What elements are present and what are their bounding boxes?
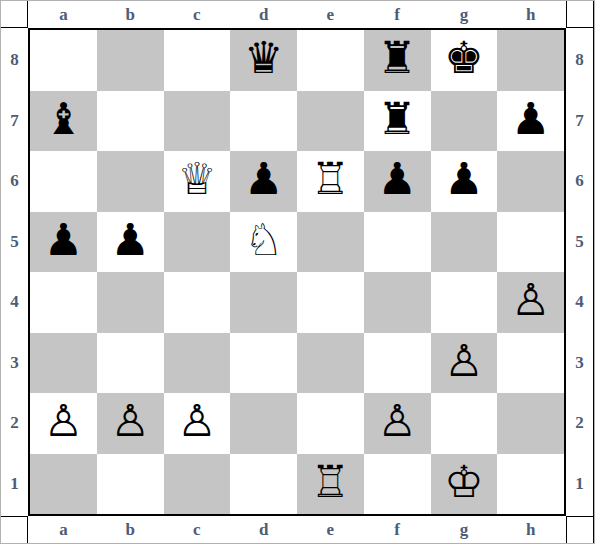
file-label-g: g bbox=[431, 516, 498, 543]
square-e5[interactable] bbox=[297, 212, 364, 273]
black-rook-f8[interactable]: ♜ bbox=[377, 36, 416, 80]
square-d8[interactable]: ♛ bbox=[230, 30, 297, 91]
square-h2[interactable] bbox=[497, 393, 564, 454]
chess-diagram: abcdefgh 87654321 ♛♜♚♝♜♟♕♟♖♟♟♟♟♘♙♙♙♙♙♙♖♔… bbox=[0, 0, 595, 544]
square-c3[interactable] bbox=[164, 333, 231, 394]
black-queen-d8[interactable]: ♛ bbox=[244, 36, 283, 80]
file-label-f: f bbox=[364, 516, 431, 543]
rank-label-8: 8 bbox=[566, 30, 593, 91]
file-label-h: h bbox=[497, 516, 564, 543]
square-b3[interactable] bbox=[97, 333, 164, 394]
rank-label-4: 4 bbox=[1, 272, 28, 333]
square-h6[interactable] bbox=[497, 151, 564, 212]
square-e8[interactable] bbox=[297, 30, 364, 91]
rank-label-5: 5 bbox=[566, 212, 593, 273]
square-g2[interactable] bbox=[431, 393, 498, 454]
square-d2[interactable] bbox=[230, 393, 297, 454]
rank-label-2: 2 bbox=[566, 393, 593, 454]
square-d5[interactable]: ♘ bbox=[230, 212, 297, 273]
black-pawn-b5[interactable]: ♟ bbox=[110, 218, 149, 262]
square-d3[interactable] bbox=[230, 333, 297, 394]
square-f4[interactable] bbox=[364, 272, 431, 333]
square-c7[interactable] bbox=[164, 91, 231, 152]
square-a2[interactable]: ♙ bbox=[30, 393, 97, 454]
black-rook-f7[interactable]: ♜ bbox=[377, 97, 416, 141]
file-label-a: a bbox=[30, 1, 97, 28]
white-pawn-f2[interactable]: ♙ bbox=[377, 399, 416, 443]
square-e6[interactable]: ♖ bbox=[297, 151, 364, 212]
square-d6[interactable]: ♟ bbox=[230, 151, 297, 212]
file-label-c: c bbox=[164, 516, 231, 543]
square-c5[interactable] bbox=[164, 212, 231, 273]
file-label-e: e bbox=[297, 1, 364, 28]
square-b7[interactable] bbox=[97, 91, 164, 152]
square-h7[interactable]: ♟ bbox=[497, 91, 564, 152]
square-f8[interactable]: ♜ bbox=[364, 30, 431, 91]
square-c2[interactable]: ♙ bbox=[164, 393, 231, 454]
file-label-f: f bbox=[364, 1, 431, 28]
black-bishop-a7[interactable]: ♝ bbox=[44, 97, 83, 141]
square-e3[interactable] bbox=[297, 333, 364, 394]
square-f5[interactable] bbox=[364, 212, 431, 273]
file-label-d: d bbox=[230, 516, 297, 543]
square-c6[interactable]: ♕ bbox=[164, 151, 231, 212]
file-labels-top: abcdefgh bbox=[28, 1, 566, 28]
black-pawn-f6[interactable]: ♟ bbox=[377, 157, 416, 201]
square-g8[interactable]: ♚ bbox=[431, 30, 498, 91]
square-b6[interactable] bbox=[97, 151, 164, 212]
square-b5[interactable]: ♟ bbox=[97, 212, 164, 273]
square-c1[interactable] bbox=[164, 454, 231, 515]
square-f6[interactable]: ♟ bbox=[364, 151, 431, 212]
chess-board: ♛♜♚♝♜♟♕♟♖♟♟♟♟♘♙♙♙♙♙♙♖♔ bbox=[28, 28, 566, 516]
square-d4[interactable] bbox=[230, 272, 297, 333]
rank-label-5: 5 bbox=[1, 212, 28, 273]
file-label-b: b bbox=[97, 516, 164, 543]
file-label-b: b bbox=[97, 1, 164, 28]
square-c4[interactable] bbox=[164, 272, 231, 333]
rank-label-3: 3 bbox=[566, 333, 593, 394]
white-pawn-a2[interactable]: ♙ bbox=[44, 399, 83, 443]
file-labels-bottom: abcdefgh bbox=[28, 516, 566, 543]
black-king-g8[interactable]: ♚ bbox=[444, 36, 483, 80]
square-g6[interactable]: ♟ bbox=[431, 151, 498, 212]
square-h5[interactable] bbox=[497, 212, 564, 273]
file-label-e: e bbox=[297, 516, 364, 543]
square-a5[interactable]: ♟ bbox=[30, 212, 97, 273]
white-knight-d5[interactable]: ♘ bbox=[244, 218, 283, 262]
square-e1[interactable]: ♖ bbox=[297, 454, 364, 515]
white-queen-c6[interactable]: ♕ bbox=[177, 157, 216, 201]
rank-label-1: 1 bbox=[1, 454, 28, 515]
black-pawn-a5[interactable]: ♟ bbox=[44, 218, 83, 262]
black-pawn-h7[interactable]: ♟ bbox=[511, 97, 550, 141]
square-h8[interactable] bbox=[497, 30, 564, 91]
white-king-g1[interactable]: ♔ bbox=[444, 460, 483, 504]
square-b2[interactable]: ♙ bbox=[97, 393, 164, 454]
square-g7[interactable] bbox=[431, 91, 498, 152]
square-a7[interactable]: ♝ bbox=[30, 91, 97, 152]
square-g4[interactable] bbox=[431, 272, 498, 333]
white-rook-e6[interactable]: ♖ bbox=[311, 157, 350, 201]
corner-top-left bbox=[1, 1, 28, 28]
file-label-c: c bbox=[164, 1, 231, 28]
rank-label-1: 1 bbox=[566, 454, 593, 515]
white-rook-e1[interactable]: ♖ bbox=[311, 460, 350, 504]
file-label-a: a bbox=[30, 516, 97, 543]
white-pawn-g3[interactable]: ♙ bbox=[444, 339, 483, 383]
square-b8[interactable] bbox=[97, 30, 164, 91]
square-c8[interactable] bbox=[164, 30, 231, 91]
rank-label-6: 6 bbox=[566, 151, 593, 212]
square-e4[interactable] bbox=[297, 272, 364, 333]
square-a8[interactable] bbox=[30, 30, 97, 91]
corner-bottom-right bbox=[566, 516, 594, 543]
square-f1[interactable] bbox=[364, 454, 431, 515]
rank-label-7: 7 bbox=[566, 91, 593, 152]
square-a4[interactable] bbox=[30, 272, 97, 333]
square-g3[interactable]: ♙ bbox=[431, 333, 498, 394]
square-f3[interactable] bbox=[364, 333, 431, 394]
rank-label-8: 8 bbox=[1, 30, 28, 91]
square-a3[interactable] bbox=[30, 333, 97, 394]
rank-labels-left: 87654321 bbox=[1, 28, 28, 516]
black-pawn-g6[interactable]: ♟ bbox=[444, 157, 483, 201]
square-h1[interactable] bbox=[497, 454, 564, 515]
rank-label-6: 6 bbox=[1, 151, 28, 212]
square-d7[interactable] bbox=[230, 91, 297, 152]
square-a1[interactable] bbox=[30, 454, 97, 515]
rank-label-7: 7 bbox=[1, 91, 28, 152]
rank-labels-right: 87654321 bbox=[566, 28, 594, 516]
square-a6[interactable] bbox=[30, 151, 97, 212]
black-pawn-d6[interactable]: ♟ bbox=[244, 157, 283, 201]
square-h4[interactable]: ♙ bbox=[497, 272, 564, 333]
square-b4[interactable] bbox=[97, 272, 164, 333]
square-g1[interactable]: ♔ bbox=[431, 454, 498, 515]
white-pawn-h4[interactable]: ♙ bbox=[511, 278, 550, 322]
file-label-d: d bbox=[230, 1, 297, 28]
rank-label-2: 2 bbox=[1, 393, 28, 454]
square-f2[interactable]: ♙ bbox=[364, 393, 431, 454]
white-pawn-c2[interactable]: ♙ bbox=[177, 399, 216, 443]
square-d1[interactable] bbox=[230, 454, 297, 515]
rank-label-3: 3 bbox=[1, 333, 28, 394]
square-h3[interactable] bbox=[497, 333, 564, 394]
white-pawn-b2[interactable]: ♙ bbox=[110, 399, 149, 443]
rank-label-4: 4 bbox=[566, 272, 593, 333]
square-g5[interactable] bbox=[431, 212, 498, 273]
square-e7[interactable] bbox=[297, 91, 364, 152]
square-e2[interactable] bbox=[297, 393, 364, 454]
file-label-h: h bbox=[497, 1, 564, 28]
corner-top-right bbox=[566, 1, 594, 28]
square-b1[interactable] bbox=[97, 454, 164, 515]
corner-bottom-left bbox=[1, 516, 28, 543]
file-label-g: g bbox=[431, 1, 498, 28]
square-f7[interactable]: ♜ bbox=[364, 91, 431, 152]
